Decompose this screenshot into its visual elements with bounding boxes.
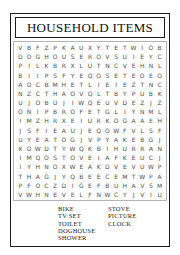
- grid-cell-r1c10[interactable]: Y: [94, 43, 103, 52]
- grid-cell-r4c13[interactable]: T: [120, 71, 129, 80]
- grid-cell-r14c10[interactable]: K: [94, 162, 103, 171]
- grid-cell-r17c17[interactable]: U: [155, 190, 164, 199]
- grid-cell-r17c10[interactable]: N: [94, 190, 103, 199]
- grid-cell-r14c2[interactable]: Y: [25, 162, 34, 171]
- grid-cell-r17c9[interactable]: F: [86, 190, 95, 199]
- grid-cell-r10c7[interactable]: U: [68, 126, 77, 135]
- grid-cell-r9c17[interactable]: H: [155, 116, 164, 125]
- grid-cell-r2c14[interactable]: I: [129, 52, 138, 61]
- grid-cell-r3c8[interactable]: L: [77, 61, 86, 70]
- grid-cell-r7c2[interactable]: J: [25, 98, 34, 107]
- grid-cell-r12c1[interactable]: K: [16, 144, 25, 153]
- grid-cell-r5c16[interactable]: N: [147, 80, 156, 89]
- grid-cell-r2c13[interactable]: U: [120, 52, 129, 61]
- grid-cell-r14c16[interactable]: W: [147, 162, 156, 171]
- grid-cell-r15c7[interactable]: Q: [68, 171, 77, 180]
- grid-cell-r3c5[interactable]: B: [51, 61, 60, 70]
- grid-cell-r17c2[interactable]: W: [25, 190, 34, 199]
- grid-cell-r12c4[interactable]: D: [42, 144, 51, 153]
- grid-cell-r5c9[interactable]: L: [86, 80, 95, 89]
- grid-cell-r16c1[interactable]: P: [16, 181, 25, 190]
- grid-cell-r7c4[interactable]: B: [42, 98, 51, 107]
- grid-cell-r12c5[interactable]: T: [51, 144, 60, 153]
- grid-cell-r9c6[interactable]: X: [60, 116, 69, 125]
- grid-cell-r4c1[interactable]: B: [16, 71, 25, 80]
- grid-cell-r11c3[interactable]: E: [33, 135, 42, 144]
- grid-cell-r10c13[interactable]: F: [120, 126, 129, 135]
- grid-cell-r5c7[interactable]: E: [68, 80, 77, 89]
- grid-cell-r2c15[interactable]: E: [138, 52, 147, 61]
- grid-cell-r12c8[interactable]: Q: [77, 144, 86, 153]
- grid-cell-r13c5[interactable]: S: [51, 153, 60, 162]
- grid-cell-r10c5[interactable]: E: [51, 126, 60, 135]
- grid-cell-r12c13[interactable]: U: [120, 144, 129, 153]
- grid-cell-r5c12[interactable]: I: [112, 80, 121, 89]
- grid-cell-r11c15[interactable]: B: [138, 135, 147, 144]
- puzzle-title: HOUSEHOLD ITEMS: [27, 20, 153, 36]
- grid-cell-r9c8[interactable]: I: [77, 116, 86, 125]
- grid-cell-r3c1[interactable]: P: [16, 61, 25, 70]
- grid-cell-r11c10[interactable]: P: [94, 135, 103, 144]
- grid-cell-r7c10[interactable]: E: [94, 98, 103, 107]
- grid-cell-r16c12[interactable]: U: [112, 181, 121, 190]
- word-list: BIKETV SETTOILETDOGHOUSESHOWER STOVEPICT…: [11, 205, 169, 245]
- grid-cell-r10c1[interactable]: J: [16, 126, 25, 135]
- grid-cell-r13c13[interactable]: K: [120, 153, 129, 162]
- grid-cell-r7c5[interactable]: U: [51, 98, 60, 107]
- grid-cell-r14c5[interactable]: O: [51, 162, 60, 171]
- grid-cell-r8c2[interactable]: N: [25, 107, 34, 116]
- grid-cell-r3c11[interactable]: N: [103, 61, 112, 70]
- grid-cell-r9c14[interactable]: A: [129, 116, 138, 125]
- grid-cell-r6c15[interactable]: U: [138, 89, 147, 98]
- grid-cell-r3c16[interactable]: N: [147, 61, 156, 70]
- grid-cell-r10c14[interactable]: V: [129, 126, 138, 135]
- grid-cell-r5c15[interactable]: T: [138, 80, 147, 89]
- grid-cell-r10c11[interactable]: O: [103, 126, 112, 135]
- grid-cell-r14c8[interactable]: E: [77, 162, 86, 171]
- grid-cell-r2c8[interactable]: E: [77, 52, 86, 61]
- grid-cell-r9c2[interactable]: M: [25, 116, 34, 125]
- grid-cell-r4c17[interactable]: O: [155, 71, 164, 80]
- grid-cell-r7c7[interactable]: I: [68, 98, 77, 107]
- grid-cell-r2c1[interactable]: D: [16, 52, 25, 61]
- grid-cell-r2c5[interactable]: O: [51, 52, 60, 61]
- grid-cell-r6c7[interactable]: O: [68, 89, 77, 98]
- grid-cell-r2c2[interactable]: O: [25, 52, 34, 61]
- grid-cell-r4c5[interactable]: S: [51, 71, 60, 80]
- grid-cell-r12c17[interactable]: N: [155, 144, 164, 153]
- grid-cell-r8c7[interactable]: O: [68, 107, 77, 116]
- grid-cell-r9c15[interactable]: A: [138, 116, 147, 125]
- grid-cell-r2c12[interactable]: S: [112, 52, 121, 61]
- grid-cell-r13c14[interactable]: E: [129, 153, 138, 162]
- grid-cell-r1c16[interactable]: O: [147, 43, 156, 52]
- grid-cell-r15c15[interactable]: W: [138, 171, 147, 180]
- grid-cell-r10c9[interactable]: E: [86, 126, 95, 135]
- grid-cell-r4c10[interactable]: O: [94, 71, 103, 80]
- grid-cell-r6c13[interactable]: Y: [120, 89, 129, 98]
- grid-cell-r14c11[interactable]: D: [103, 162, 112, 171]
- grid-cell-r12c14[interactable]: R: [129, 144, 138, 153]
- grid-cell-r9c7[interactable]: E: [68, 116, 77, 125]
- grid-cell-r16c8[interactable]: G: [77, 181, 86, 190]
- grid-cell-r17c4[interactable]: N: [42, 190, 51, 199]
- grid-cell-r17c8[interactable]: L: [77, 190, 86, 199]
- grid-cell-r10c2[interactable]: S: [25, 126, 34, 135]
- grid-cell-r6c10[interactable]: L: [94, 89, 103, 98]
- grid-cell-r6c17[interactable]: K: [155, 89, 164, 98]
- grid-cell-r16c5[interactable]: Z: [51, 181, 60, 190]
- grid-cell-r10c8[interactable]: J: [77, 126, 86, 135]
- grid-cell-r1c4[interactable]: Z: [42, 43, 51, 52]
- grid-cell-r17c1[interactable]: V: [16, 190, 25, 199]
- grid-cell-r9c4[interactable]: H: [42, 116, 51, 125]
- grid-cell-r4c2[interactable]: I: [25, 71, 34, 80]
- title-box: HOUSEHOLD ITEMS: [15, 17, 165, 38]
- grid-cell-r11c13[interactable]: K: [120, 135, 129, 144]
- grid-cell-r5c8[interactable]: T: [77, 80, 86, 89]
- grid-cell-r7c15[interactable]: Z: [138, 98, 147, 107]
- grid-cell-r2c3[interactable]: G: [33, 52, 42, 61]
- grid-cell-r6c16[interactable]: B: [147, 89, 156, 98]
- grid-cell-r16c16[interactable]: S: [147, 181, 156, 190]
- grid-cell-r7c17[interactable]: Z: [155, 98, 164, 107]
- grid-cell-r8c6[interactable]: R: [60, 107, 69, 116]
- grid-cell-r2c11[interactable]: V: [103, 52, 112, 61]
- grid-cell-r3c2[interactable]: I: [25, 61, 34, 70]
- grid-cell-r4c6[interactable]: F: [60, 71, 69, 80]
- grid-cell-r1c13[interactable]: T: [120, 43, 129, 52]
- grid-cell-r16c15[interactable]: V: [138, 181, 147, 190]
- grid-cell-r7c13[interactable]: D: [120, 98, 129, 107]
- letter-grid: VBFZPKAUXYTETWIOBDOGHOUSEROVSUIEYCPILKBR…: [13, 41, 167, 201]
- grid-cell-r11c17[interactable]: J: [155, 135, 164, 144]
- grid-cell-r3c12[interactable]: C: [112, 61, 121, 70]
- grid-cell-r14c6[interactable]: X: [60, 162, 69, 171]
- grid-cell-r15c13[interactable]: M: [120, 171, 129, 180]
- grid-cell-r14c9[interactable]: A: [86, 162, 95, 171]
- grid-cell-r7c11[interactable]: U: [103, 98, 112, 107]
- grid-cell-r8c13[interactable]: I: [120, 107, 129, 116]
- grid-cell-r2c16[interactable]: Y: [147, 52, 156, 61]
- grid-cell-r12c16[interactable]: A: [147, 144, 156, 153]
- grid-cell-r13c16[interactable]: C: [147, 153, 156, 162]
- grid-cell-r11c16[interactable]: G: [147, 135, 156, 144]
- grid-cell-r3c13[interactable]: V: [120, 61, 129, 70]
- grid-cell-r14c3[interactable]: H: [33, 162, 42, 171]
- grid-cell-r3c7[interactable]: X: [68, 61, 77, 70]
- grid-cell-r11c14[interactable]: E: [129, 135, 138, 144]
- grid-cell-r7c8[interactable]: W: [77, 98, 86, 107]
- grid-cell-r13c9[interactable]: E: [86, 153, 95, 162]
- grid-cell-r6c5[interactable]: H: [51, 89, 60, 98]
- grid-cell-r7c9[interactable]: Q: [86, 98, 95, 107]
- grid-cell-r11c7[interactable]: G: [68, 135, 77, 144]
- grid-cell-r5c5[interactable]: M: [51, 80, 60, 89]
- grid-cell-r10c10[interactable]: Q: [94, 126, 103, 135]
- grid-cell-r1c15[interactable]: I: [138, 43, 147, 52]
- grid-cell-r5c10[interactable]: I: [94, 80, 103, 89]
- grid-cell-r6c14[interactable]: P: [129, 89, 138, 98]
- grid-cell-r6c3[interactable]: C: [33, 89, 42, 98]
- grid-cell-r4c4[interactable]: P: [42, 71, 51, 80]
- grid-cell-r15c3[interactable]: A: [33, 171, 42, 180]
- grid-cell-r17c12[interactable]: C: [112, 190, 121, 199]
- word-list-left-column: BIKETV SETTOILETDOGHOUSESHOWER: [58, 205, 95, 241]
- grid-cell-r17c14[interactable]: J: [129, 190, 138, 199]
- grid-cell-r6c4[interactable]: T: [42, 89, 51, 98]
- grid-cell-r10c16[interactable]: S: [147, 126, 156, 135]
- grid-cell-r5c13[interactable]: E: [120, 80, 129, 89]
- grid-cell-r12c7[interactable]: W: [68, 144, 77, 153]
- grid-cell-r13c6[interactable]: T: [60, 153, 69, 162]
- grid-cell-r16c17[interactable]: M: [155, 181, 164, 190]
- grid-cell-r14c15[interactable]: U: [138, 162, 147, 171]
- grid-cell-r17c3[interactable]: H: [33, 190, 42, 199]
- grid-cell-r8c8[interactable]: F: [77, 107, 86, 116]
- grid-cell-r2c4[interactable]: H: [42, 52, 51, 61]
- grid-cell-r16c9[interactable]: E: [86, 181, 95, 190]
- grid-cell-r6c9[interactable]: Q: [86, 89, 95, 98]
- grid-cell-r8c9[interactable]: E: [86, 107, 95, 116]
- grid-cell-r11c2[interactable]: Y: [25, 135, 34, 144]
- grid-cell-r3c15[interactable]: H: [138, 61, 147, 70]
- grid-cell-r8c4[interactable]: P: [42, 107, 51, 116]
- grid-cell-r5c2[interactable]: O: [25, 80, 34, 89]
- grid-cell-r3c3[interactable]: L: [33, 61, 42, 70]
- grid-cell-r11c6[interactable]: O: [60, 135, 69, 144]
- grid-cell-r9c5[interactable]: R: [51, 116, 60, 125]
- grid-cell-r1c14[interactable]: W: [129, 43, 138, 52]
- grid-cell-r16c11[interactable]: B: [103, 181, 112, 190]
- grid-cell-r13c11[interactable]: A: [103, 153, 112, 162]
- grid-cell-r6c8[interactable]: V: [77, 89, 86, 98]
- grid-cell-r4c15[interactable]: O: [138, 71, 147, 80]
- grid-cell-r4c11[interactable]: S: [103, 71, 112, 80]
- grid-cell-r5c6[interactable]: H: [60, 80, 69, 89]
- grid-cell-r15c10[interactable]: E: [94, 171, 103, 180]
- grid-cell-r7c6[interactable]: J: [60, 98, 69, 107]
- grid-cell-r15c4[interactable]: G: [42, 171, 51, 180]
- grid-cell-r17c11[interactable]: W: [103, 190, 112, 199]
- grid-cell-r8c14[interactable]: Y: [129, 107, 138, 116]
- grid-cell-r17c5[interactable]: E: [51, 190, 60, 199]
- grid-cell-r3c10[interactable]: T: [94, 61, 103, 70]
- grid-cell-r16c4[interactable]: C: [42, 181, 51, 190]
- grid-cell-r13c10[interactable]: I: [94, 153, 103, 162]
- grid-cell-r8c3[interactable]: I: [33, 107, 42, 116]
- grid-cell-r15c12[interactable]: E: [112, 171, 121, 180]
- grid-cell-r8c11[interactable]: G: [103, 107, 112, 116]
- grid-cell-r5c11[interactable]: E: [103, 80, 112, 89]
- grid-cell-r3c17[interactable]: L: [155, 61, 164, 70]
- grid-cell-r2c10[interactable]: O: [94, 52, 103, 61]
- grid-cell-r3c4[interactable]: K: [42, 61, 51, 70]
- grid-cell-r8c15[interactable]: N: [138, 107, 147, 116]
- grid-cell-r15c16[interactable]: P: [147, 171, 156, 180]
- grid-cell-r1c17[interactable]: B: [155, 43, 164, 52]
- grid-cell-r16c10[interactable]: F: [94, 181, 103, 190]
- grid-cell-r1c5[interactable]: P: [51, 43, 60, 52]
- grid-cell-r7c3[interactable]: O: [33, 98, 42, 107]
- grid-cell-r14c17[interactable]: P: [155, 162, 164, 171]
- grid-cell-r1c12[interactable]: E: [112, 43, 121, 52]
- grid-cell-r9c1[interactable]: I: [16, 116, 25, 125]
- grid-cell-r12c11[interactable]: I: [103, 144, 112, 153]
- grid-cell-r16c6[interactable]: D: [60, 181, 69, 190]
- grid-cell-r5c17[interactable]: C: [155, 80, 164, 89]
- grid-cell-r9c3[interactable]: Z: [33, 116, 42, 125]
- grid-cell-r7c14[interactable]: E: [129, 98, 138, 107]
- grid-cell-r14c12[interactable]: V: [112, 162, 121, 171]
- grid-cell-r7c12[interactable]: V: [112, 98, 121, 107]
- grid-cell-r7c1[interactable]: U: [16, 98, 25, 107]
- grid-cell-r15c17[interactable]: A: [155, 171, 164, 180]
- grid-cell-r11c12[interactable]: A: [112, 135, 121, 144]
- grid-cell-r8c1[interactable]: O: [16, 107, 25, 116]
- grid-cell-r8c12[interactable]: L: [112, 107, 121, 116]
- grid-cell-r8c10[interactable]: T: [94, 107, 103, 116]
- grid-cell-r13c17[interactable]: J: [155, 153, 164, 162]
- grid-cell-r15c9[interactable]: E: [86, 171, 95, 180]
- grid-cell-r16c14[interactable]: A: [129, 181, 138, 190]
- grid-cell-r13c12[interactable]: F: [112, 153, 121, 162]
- grid-cell-r4c8[interactable]: E: [77, 71, 86, 80]
- grid-cell-r5c14[interactable]: Z: [129, 80, 138, 89]
- grid-cell-r12c6[interactable]: Y: [60, 144, 69, 153]
- grid-cell-r2c9[interactable]: R: [86, 52, 95, 61]
- grid-cell-r1c11[interactable]: T: [103, 43, 112, 52]
- grid-cell-r12c12[interactable]: H: [112, 144, 121, 153]
- grid-cell-r1c7[interactable]: A: [68, 43, 77, 52]
- grid-cell-r17c13[interactable]: Y: [120, 190, 129, 199]
- grid-cell-r8c5[interactable]: B: [51, 107, 60, 116]
- grid-cell-r1c9[interactable]: X: [86, 43, 95, 52]
- grid-cell-r11c11[interactable]: Y: [103, 135, 112, 144]
- word-tv-set: TV SET: [58, 212, 95, 219]
- grid-cell-r10c4[interactable]: I: [42, 126, 51, 135]
- grid-cell-r13c8[interactable]: V: [77, 153, 86, 162]
- grid-cell-r12c15[interactable]: R: [138, 144, 147, 153]
- grid-cell-r9c12[interactable]: O: [112, 116, 121, 125]
- grid-cell-r17c7[interactable]: E: [68, 190, 77, 199]
- grid-cell-r14c13[interactable]: E: [120, 162, 129, 171]
- grid-cell-r4c16[interactable]: E: [147, 71, 156, 80]
- grid-cell-r14c14[interactable]: V: [129, 162, 138, 171]
- grid-cell-r10c17[interactable]: F: [155, 126, 164, 135]
- grid-cell-r17c6[interactable]: V: [60, 190, 69, 199]
- grid-cell-r16c2[interactable]: F: [25, 181, 34, 190]
- grid-cell-r3c9[interactable]: U: [86, 61, 95, 70]
- grid-cell-r13c15[interactable]: U: [138, 153, 147, 162]
- word-stove: STOVE: [108, 205, 137, 212]
- grid-cell-r8c16[interactable]: M: [147, 107, 156, 116]
- grid-cell-r6c6[interactable]: A: [60, 89, 69, 98]
- grid-cell-r15c8[interactable]: B: [77, 171, 86, 180]
- grid-cell-r16c13[interactable]: H: [120, 181, 129, 190]
- grid-cell-r14c1[interactable]: I: [16, 162, 25, 171]
- grid-cell-r12c2[interactable]: O: [25, 144, 34, 153]
- grid-cell-r13c1[interactable]: I: [16, 153, 25, 162]
- grid-cell-r10c15[interactable]: L: [138, 126, 147, 135]
- grid-cell-r14c4[interactable]: N: [42, 162, 51, 171]
- grid-cell-r11c4[interactable]: A: [42, 135, 51, 144]
- grid-cell-r1c3[interactable]: F: [33, 43, 42, 52]
- grid-cell-r3c14[interactable]: E: [129, 61, 138, 70]
- grid-cell-r5c1[interactable]: A: [16, 80, 25, 89]
- grid-cell-r11c1[interactable]: U: [16, 135, 25, 144]
- grid-cell-r2c17[interactable]: C: [155, 52, 164, 61]
- word-toilet: TOILET: [58, 220, 95, 227]
- grid-cell-r12c9[interactable]: K: [86, 144, 95, 153]
- grid-cell-r9c9[interactable]: U: [86, 116, 95, 125]
- grid-cell-r6c11[interactable]: T: [103, 89, 112, 98]
- grid-cell-r7c16[interactable]: J: [147, 98, 156, 107]
- grid-cell-r1c1[interactable]: V: [16, 43, 25, 52]
- grid-cell-r13c2[interactable]: M: [25, 153, 34, 162]
- grid-cell-r11c5[interactable]: T: [51, 135, 60, 144]
- word-doghouse: DOGHOUSE: [58, 227, 95, 234]
- grid-cell-r9c16[interactable]: E: [147, 116, 156, 125]
- grid-cell-r4c7[interactable]: Y: [68, 71, 77, 80]
- grid-cell-r10c6[interactable]: A: [60, 126, 69, 135]
- grid-cell-r15c14[interactable]: T: [129, 171, 138, 180]
- grid-cell-r16c7[interactable]: I: [68, 181, 77, 190]
- grid-cell-r1c2[interactable]: B: [25, 43, 34, 52]
- grid-cell-r9c10[interactable]: R: [94, 116, 103, 125]
- grid-cell-r15c1[interactable]: T: [16, 171, 25, 180]
- grid-cell-r9c13[interactable]: G: [120, 116, 129, 125]
- grid-cell-r12c10[interactable]: B: [94, 144, 103, 153]
- puzzle-sheet: HOUSEHOLD ITEMS VBFZPKAUXYTETWIOBDOGHOUS…: [10, 13, 170, 247]
- word-bike: BIKE: [58, 205, 95, 212]
- grid-cell-r6c1[interactable]: N: [16, 89, 25, 98]
- grid-cell-r12c3[interactable]: W: [33, 144, 42, 153]
- grid-cell-r8c17[interactable]: L: [155, 107, 164, 116]
- grid-cell-r9c11[interactable]: K: [103, 116, 112, 125]
- grid-cell-r6c12[interactable]: B: [112, 89, 121, 98]
- grid-cell-r10c12[interactable]: W: [112, 126, 121, 135]
- grid-cell-r2c7[interactable]: S: [68, 52, 77, 61]
- grid-cell-r4c9[interactable]: Q: [86, 71, 95, 80]
- grid-cell-r1c6[interactable]: K: [60, 43, 69, 52]
- grid-cell-r17c16[interactable]: I: [147, 190, 156, 199]
- grid-cell-r13c7[interactable]: O: [68, 153, 77, 162]
- grid-cell-r13c4[interactable]: O: [42, 153, 51, 162]
- grid-cell-r4c14[interactable]: E: [129, 71, 138, 80]
- grid-cell-r1c8[interactable]: U: [77, 43, 86, 52]
- grid-cell-r16c3[interactable]: O: [33, 181, 42, 190]
- grid-cell-r15c5[interactable]: J: [51, 171, 60, 180]
- grid-cell-r4c3[interactable]: I: [33, 71, 42, 80]
- grid-cell-r4c12[interactable]: E: [112, 71, 121, 80]
- grid-cell-r2c6[interactable]: U: [60, 52, 69, 61]
- grid-cell-r15c11[interactable]: C: [103, 171, 112, 180]
- grid-cell-r10c3[interactable]: F: [33, 126, 42, 135]
- grid-cell-r5c3[interactable]: C: [33, 80, 42, 89]
- grid-cell-r13c3[interactable]: Q: [33, 153, 42, 162]
- grid-cell-r11c8[interactable]: J: [77, 135, 86, 144]
- grid-cell-r6c2[interactable]: Z: [25, 89, 34, 98]
- grid-cell-r5c4[interactable]: B: [42, 80, 51, 89]
- grid-cell-r17c15[interactable]: V: [138, 190, 147, 199]
- grid-cell-r15c2[interactable]: H: [25, 171, 34, 180]
- grid-cell-r15c6[interactable]: Y: [60, 171, 69, 180]
- grid-cell-r11c9[interactable]: V: [86, 135, 95, 144]
- grid-cell-r3c6[interactable]: R: [60, 61, 69, 70]
- grid-cell-r14c7[interactable]: W: [68, 162, 77, 171]
